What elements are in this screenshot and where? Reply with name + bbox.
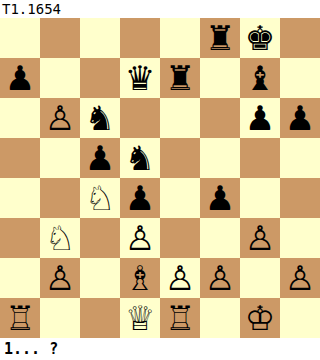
square-g7[interactable]: ♝ <box>240 58 280 98</box>
piece-black-pawn: ♟ <box>85 138 115 178</box>
square-a1[interactable]: ♖ <box>0 298 40 338</box>
square-d6[interactable] <box>120 98 160 138</box>
square-f1[interactable] <box>200 298 240 338</box>
square-a7[interactable]: ♟ <box>0 58 40 98</box>
square-c2[interactable] <box>80 258 120 298</box>
piece-white-pawn: ♙ <box>45 98 75 138</box>
square-g5[interactable] <box>240 138 280 178</box>
square-a4[interactable] <box>0 178 40 218</box>
piece-black-pawn: ♟ <box>5 58 35 98</box>
square-e8[interactable] <box>160 18 200 58</box>
square-b4[interactable] <box>40 178 80 218</box>
piece-black-knight: ♞ <box>125 138 155 178</box>
square-d5[interactable]: ♞ <box>120 138 160 178</box>
square-e4[interactable] <box>160 178 200 218</box>
square-e2[interactable]: ♙ <box>160 258 200 298</box>
piece-white-king: ♔ <box>245 298 275 338</box>
piece-black-king: ♚ <box>245 18 275 58</box>
square-f2[interactable]: ♙ <box>200 258 240 298</box>
square-b6[interactable]: ♙ <box>40 98 80 138</box>
square-f8[interactable]: ♜ <box>200 18 240 58</box>
title-bar: T1.1654 <box>0 0 320 18</box>
piece-white-pawn: ♙ <box>125 218 155 258</box>
piece-white-pawn: ♙ <box>165 258 195 298</box>
square-d3[interactable]: ♙ <box>120 218 160 258</box>
square-e7[interactable]: ♜ <box>160 58 200 98</box>
square-c3[interactable] <box>80 218 120 258</box>
square-f6[interactable] <box>200 98 240 138</box>
square-f3[interactable] <box>200 218 240 258</box>
square-c5[interactable]: ♟ <box>80 138 120 178</box>
piece-black-pawn: ♟ <box>125 178 155 218</box>
piece-black-pawn: ♟ <box>285 98 315 138</box>
square-e5[interactable] <box>160 138 200 178</box>
piece-black-rook: ♜ <box>205 18 235 58</box>
piece-black-knight: ♞ <box>85 98 115 138</box>
piece-white-pawn: ♙ <box>205 258 235 298</box>
square-g6[interactable]: ♟ <box>240 98 280 138</box>
piece-white-rook: ♖ <box>165 298 195 338</box>
square-a6[interactable] <box>0 98 40 138</box>
square-d4[interactable]: ♟ <box>120 178 160 218</box>
square-c8[interactable] <box>80 18 120 58</box>
piece-white-bishop: ♗ <box>125 258 155 298</box>
square-a2[interactable] <box>0 258 40 298</box>
piece-white-rook: ♖ <box>5 298 35 338</box>
piece-white-knight: ♘ <box>45 218 75 258</box>
square-b8[interactable] <box>40 18 80 58</box>
square-b5[interactable] <box>40 138 80 178</box>
piece-white-pawn: ♙ <box>285 258 315 298</box>
piece-white-knight: ♘ <box>85 178 115 218</box>
piece-black-pawn: ♟ <box>245 98 275 138</box>
square-h5[interactable] <box>280 138 320 178</box>
square-a8[interactable] <box>0 18 40 58</box>
status-bar: 1... ? <box>0 338 320 360</box>
square-c6[interactable]: ♞ <box>80 98 120 138</box>
square-d1[interactable]: ♕ <box>120 298 160 338</box>
square-h3[interactable] <box>280 218 320 258</box>
piece-white-pawn: ♙ <box>245 218 275 258</box>
square-g4[interactable] <box>240 178 280 218</box>
square-b7[interactable] <box>40 58 80 98</box>
square-e3[interactable] <box>160 218 200 258</box>
square-a3[interactable] <box>0 218 40 258</box>
square-b3[interactable]: ♘ <box>40 218 80 258</box>
square-d2[interactable]: ♗ <box>120 258 160 298</box>
square-f4[interactable]: ♟ <box>200 178 240 218</box>
chess-board: ♜♚♟♛♜♝♙♞♟♟♟♞♘♟♟♘♙♙♙♗♙♙♙♖♕♖♔ <box>0 18 320 338</box>
square-h2[interactable]: ♙ <box>280 258 320 298</box>
square-c1[interactable] <box>80 298 120 338</box>
square-e6[interactable] <box>160 98 200 138</box>
piece-white-queen: ♕ <box>125 298 155 338</box>
square-h1[interactable] <box>280 298 320 338</box>
square-g8[interactable]: ♚ <box>240 18 280 58</box>
move-prompt: 1... ? <box>0 338 58 360</box>
square-h7[interactable] <box>280 58 320 98</box>
square-c4[interactable]: ♘ <box>80 178 120 218</box>
square-f7[interactable] <box>200 58 240 98</box>
square-e1[interactable]: ♖ <box>160 298 200 338</box>
square-h6[interactable]: ♟ <box>280 98 320 138</box>
square-a5[interactable] <box>0 138 40 178</box>
piece-black-queen: ♛ <box>125 58 155 98</box>
piece-black-rook: ♜ <box>165 58 195 98</box>
piece-black-bishop: ♝ <box>245 58 275 98</box>
square-d7[interactable]: ♛ <box>120 58 160 98</box>
square-f5[interactable] <box>200 138 240 178</box>
square-h8[interactable] <box>280 18 320 58</box>
square-g3[interactable]: ♙ <box>240 218 280 258</box>
square-b1[interactable] <box>40 298 80 338</box>
square-c7[interactable] <box>80 58 120 98</box>
square-g2[interactable] <box>240 258 280 298</box>
square-g1[interactable]: ♔ <box>240 298 280 338</box>
square-d8[interactable] <box>120 18 160 58</box>
puzzle-title: T1.1654 <box>0 0 61 18</box>
square-b2[interactable]: ♙ <box>40 258 80 298</box>
piece-black-pawn: ♟ <box>205 178 235 218</box>
piece-white-pawn: ♙ <box>45 258 75 298</box>
square-h4[interactable] <box>280 178 320 218</box>
